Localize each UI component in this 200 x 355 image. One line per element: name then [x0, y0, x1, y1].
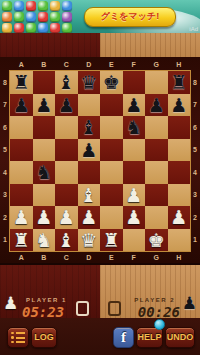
- file-label-d: D: [78, 57, 101, 71]
- player1-panel: ♟ PLAYER 1 05:23: [0, 265, 100, 318]
- square-f2[interactable]: ♟: [123, 206, 146, 229]
- square-c4[interactable]: [55, 161, 78, 184]
- piece-black-pawn[interactable]: ♟: [168, 94, 191, 117]
- help-button[interactable]: HELP: [136, 327, 163, 348]
- piece-black-pawn[interactable]: ♟: [55, 94, 78, 117]
- piece-white-pawn[interactable]: ♟: [33, 206, 56, 229]
- background-strip: [0, 33, 200, 57]
- square-g7[interactable]: ♟: [145, 94, 168, 117]
- piece-white-rook[interactable]: ♜: [100, 229, 123, 252]
- square-h3[interactable]: [168, 184, 191, 207]
- gem-icon: [26, 1, 36, 11]
- gem-icon: [62, 12, 72, 22]
- gem-icon: [14, 12, 24, 22]
- chess-board-frame: ABCDEFGH 87654321 ♜♝♛♚♜♟♟♟♟♟♟♝♞♟♞♝♟♟♟♟♟♟…: [0, 57, 200, 263]
- square-h8[interactable]: ♜: [168, 71, 191, 94]
- gem-icon: [26, 23, 36, 33]
- square-a8[interactable]: ♜: [10, 71, 33, 94]
- square-a5[interactable]: [10, 139, 33, 162]
- square-a2[interactable]: ♟: [10, 206, 33, 229]
- square-e2[interactable]: [100, 206, 123, 229]
- piece-white-pawn[interactable]: ♟: [10, 206, 33, 229]
- square-g5[interactable]: [145, 139, 168, 162]
- rank-labels-right: 87654321: [190, 71, 200, 251]
- file-label-g: G: [145, 251, 168, 263]
- square-g6[interactable]: [145, 116, 168, 139]
- menu-list-button[interactable]: [7, 327, 29, 348]
- square-f8[interactable]: [123, 71, 146, 94]
- square-e3[interactable]: [100, 184, 123, 207]
- square-e5[interactable]: [100, 139, 123, 162]
- piece-black-bishop[interactable]: ♝: [78, 116, 101, 139]
- black-pawn-icon: ♟: [182, 293, 197, 313]
- square-f4[interactable]: [123, 161, 146, 184]
- square-e4[interactable]: [100, 161, 123, 184]
- rank-label-5: 5: [190, 139, 200, 162]
- piece-white-pawn[interactable]: ♟: [168, 206, 191, 229]
- piece-white-pawn[interactable]: ♟: [123, 206, 146, 229]
- piece-white-queen[interactable]: ♛: [78, 229, 101, 252]
- square-a1[interactable]: ♜: [10, 229, 33, 252]
- gem-icon: [50, 1, 60, 11]
- gem-icon: [50, 12, 60, 22]
- log-button[interactable]: LOG: [31, 327, 57, 348]
- piece-black-rook[interactable]: ♜: [10, 71, 33, 94]
- player1-captured-tray: [76, 301, 89, 316]
- gem-icon: [62, 23, 72, 33]
- rank-label-2: 2: [190, 206, 200, 229]
- piece-white-bishop[interactable]: ♝: [55, 229, 78, 252]
- player-panels: ♟ PLAYER 1 05:23 PLAYER 2 00:26 ♟: [0, 263, 200, 318]
- square-d8[interactable]: ♛: [78, 71, 101, 94]
- piece-black-rook[interactable]: ♜: [168, 71, 191, 94]
- square-g8[interactable]: [145, 71, 168, 94]
- square-c2[interactable]: ♟: [55, 206, 78, 229]
- file-label-b: B: [33, 251, 56, 263]
- file-label-h: H: [168, 251, 191, 263]
- gem-icon: [14, 1, 24, 11]
- square-a6[interactable]: [10, 116, 33, 139]
- gem-icon: [38, 23, 48, 33]
- file-label-a: A: [10, 251, 33, 263]
- notification-badge: [154, 319, 165, 330]
- square-a3[interactable]: [10, 184, 33, 207]
- square-d6[interactable]: ♝: [78, 116, 101, 139]
- piece-white-bishop[interactable]: ♝: [78, 184, 101, 207]
- white-pawn-icon: ♟: [3, 293, 18, 313]
- square-a7[interactable]: ♟: [10, 94, 33, 117]
- piece-black-knight[interactable]: ♞: [123, 116, 146, 139]
- facebook-button[interactable]: f: [113, 327, 134, 348]
- square-b5[interactable]: [33, 139, 56, 162]
- file-label-e: E: [100, 57, 123, 71]
- rank-label-1: 1: [0, 229, 10, 252]
- rank-labels-left: 87654321: [0, 71, 10, 251]
- square-b3[interactable]: [33, 184, 56, 207]
- square-f3[interactable]: ♟: [123, 184, 146, 207]
- square-h4[interactable]: [168, 161, 191, 184]
- piece-black-pawn[interactable]: ♟: [10, 94, 33, 117]
- square-b2[interactable]: ♟: [33, 206, 56, 229]
- square-f1[interactable]: [123, 229, 146, 252]
- piece-black-pawn[interactable]: ♟: [78, 139, 101, 162]
- file-label-g: G: [145, 57, 168, 71]
- rank-label-7: 7: [0, 94, 10, 117]
- square-g3[interactable]: [145, 184, 168, 207]
- square-d1[interactable]: ♛: [78, 229, 101, 252]
- gem-icon: [62, 1, 72, 11]
- file-label-c: C: [55, 251, 78, 263]
- square-b6[interactable]: [33, 116, 56, 139]
- square-c7[interactable]: ♟: [55, 94, 78, 117]
- ad-gem-grid: [1, 0, 73, 33]
- file-label-f: F: [123, 57, 146, 71]
- rank-label-4: 4: [190, 161, 200, 184]
- file-label-f: F: [123, 251, 146, 263]
- square-g4[interactable]: [145, 161, 168, 184]
- square-h7[interactable]: ♟: [168, 94, 191, 117]
- square-h1[interactable]: [168, 229, 191, 252]
- gem-icon: [14, 23, 24, 33]
- rank-label-6: 6: [0, 116, 10, 139]
- rank-label-5: 5: [0, 139, 10, 162]
- square-h6[interactable]: [168, 116, 191, 139]
- piece-black-bishop[interactable]: ♝: [55, 71, 78, 94]
- gem-icon: [38, 12, 48, 22]
- rank-label-6: 6: [190, 116, 200, 139]
- chess-board[interactable]: ♜♝♛♚♜♟♟♟♟♟♟♝♞♟♞♝♟♟♟♟♟♟♟♜♞♝♛♜♚: [10, 71, 190, 251]
- file-label-e: E: [100, 251, 123, 263]
- ad-banner[interactable]: グミをマッチ! iAd: [0, 0, 200, 33]
- piece-white-rook[interactable]: ♜: [10, 229, 33, 252]
- square-b4[interactable]: ♞: [33, 161, 56, 184]
- square-b7[interactable]: ♟: [33, 94, 56, 117]
- square-e8[interactable]: ♚: [100, 71, 123, 94]
- rank-label-4: 4: [0, 161, 10, 184]
- square-c5[interactable]: [55, 139, 78, 162]
- rank-label-3: 3: [190, 184, 200, 207]
- square-f7[interactable]: ♟: [123, 94, 146, 117]
- undo-button[interactable]: UNDO: [165, 327, 195, 348]
- background-dark-wood: [0, 33, 100, 57]
- square-b1[interactable]: ♞: [33, 229, 56, 252]
- square-f6[interactable]: ♞: [123, 116, 146, 139]
- square-d3[interactable]: ♝: [78, 184, 101, 207]
- background-light-wood: [100, 33, 200, 57]
- bottom-toolbar: LOG f HELP UNDO: [0, 318, 200, 355]
- piece-black-king[interactable]: ♚: [100, 71, 123, 94]
- square-b8[interactable]: [33, 71, 56, 94]
- square-d7[interactable]: [78, 94, 101, 117]
- player2-label: PLAYER 2: [134, 297, 175, 303]
- player1-label: PLAYER 1: [26, 297, 67, 303]
- ad-cta-button[interactable]: グミをマッチ!: [84, 7, 176, 27]
- rank-label-3: 3: [0, 184, 10, 207]
- file-labels-bottom: ABCDEFGH: [10, 251, 190, 263]
- piece-white-pawn[interactable]: ♟: [78, 206, 101, 229]
- file-label-h: H: [168, 57, 191, 71]
- player2-panel: PLAYER 2 00:26 ♟: [100, 265, 200, 318]
- piece-black-pawn[interactable]: ♟: [145, 94, 168, 117]
- square-e6[interactable]: [100, 116, 123, 139]
- piece-black-pawn[interactable]: ♟: [123, 94, 146, 117]
- file-label-b: B: [33, 57, 56, 71]
- rank-label-8: 8: [190, 71, 200, 94]
- square-c8[interactable]: ♝: [55, 71, 78, 94]
- rank-label-8: 8: [0, 71, 10, 94]
- player2-captured-tray: [108, 301, 121, 316]
- gem-icon: [2, 1, 12, 11]
- square-a4[interactable]: [10, 161, 33, 184]
- piece-black-queen[interactable]: ♛: [78, 71, 101, 94]
- gem-icon: [2, 12, 12, 22]
- rank-label-2: 2: [0, 206, 10, 229]
- piece-white-king[interactable]: ♚: [145, 229, 168, 252]
- square-c3[interactable]: [55, 184, 78, 207]
- square-c1[interactable]: ♝: [55, 229, 78, 252]
- square-d2[interactable]: ♟: [78, 206, 101, 229]
- square-h5[interactable]: [168, 139, 191, 162]
- gem-icon: [38, 1, 48, 11]
- file-labels-top: ABCDEFGH: [10, 57, 190, 71]
- file-label-c: C: [55, 57, 78, 71]
- square-d4[interactable]: [78, 161, 101, 184]
- square-e7[interactable]: [100, 94, 123, 117]
- piece-black-knight[interactable]: ♞: [33, 161, 56, 184]
- list-icon: [8, 328, 28, 347]
- piece-white-pawn[interactable]: ♟: [55, 206, 78, 229]
- square-d5[interactable]: ♟: [78, 139, 101, 162]
- piece-black-pawn[interactable]: ♟: [33, 94, 56, 117]
- ad-provider-label: iAd: [189, 26, 198, 32]
- square-g2[interactable]: [145, 206, 168, 229]
- square-f5[interactable]: [123, 139, 146, 162]
- gem-icon: [2, 23, 12, 33]
- square-g1[interactable]: ♚: [145, 229, 168, 252]
- gem-icon: [26, 12, 36, 22]
- square-e1[interactable]: ♜: [100, 229, 123, 252]
- piece-white-pawn[interactable]: ♟: [123, 184, 146, 207]
- file-label-d: D: [78, 251, 101, 263]
- rank-label-1: 1: [190, 229, 200, 252]
- square-c6[interactable]: [55, 116, 78, 139]
- piece-white-knight[interactable]: ♞: [33, 229, 56, 252]
- gem-icon: [50, 23, 60, 33]
- file-label-a: A: [10, 57, 33, 71]
- rank-label-7: 7: [190, 94, 200, 117]
- square-h2[interactable]: ♟: [168, 206, 191, 229]
